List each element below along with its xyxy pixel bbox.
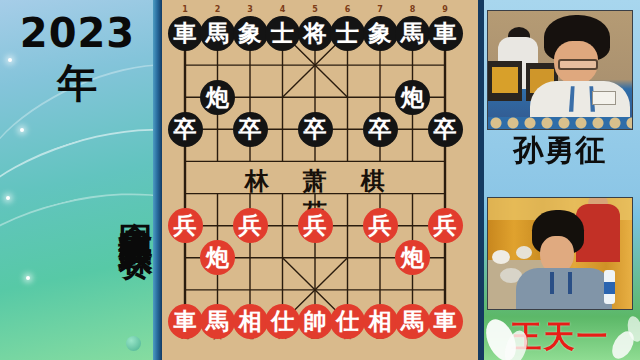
file-label: 1	[182, 6, 188, 14]
xiangqi-piece-red: 帥	[298, 304, 333, 339]
xiangqi-piece-black: 馬	[200, 16, 235, 51]
xiangqi-piece-black: 車	[428, 16, 463, 51]
players-panel: 孙勇征 王天一	[484, 0, 640, 360]
file-label: 4	[280, 6, 286, 14]
video-frame: 2023年 全国象棋甲级联赛 林萧棋苑 123456789 九八七六五四三二一 …	[0, 0, 640, 360]
file-label: 3	[247, 6, 253, 14]
event-title-panel: 2023年 全国象棋甲级联赛	[0, 0, 155, 360]
xiangqi-piece-black: 卒	[363, 112, 398, 147]
water-bottle-label	[604, 282, 615, 294]
table-pieces	[488, 115, 633, 130]
xiangqi-piece-black: 将	[298, 16, 333, 51]
xiangqi-piece-red: 兵	[428, 208, 463, 243]
background-table	[492, 250, 510, 264]
lanyard	[550, 272, 572, 294]
xiangqi-piece-red: 車	[428, 304, 463, 339]
xiangqi-piece-black: 車	[168, 16, 203, 51]
player-photo-wang-tianyi	[487, 197, 633, 310]
xiangqi-piece-red: 兵	[363, 208, 398, 243]
xiangqi-piece-black: 卒	[168, 112, 203, 147]
xiangqi-piece-red: 兵	[298, 208, 333, 243]
left-divider	[153, 0, 162, 360]
xiangqi-piece-red: 兵	[168, 208, 203, 243]
xiangqi-piece-black: 炮	[395, 80, 430, 115]
file-label: 9	[442, 6, 448, 14]
xiangqi-piece-red: 兵	[233, 208, 268, 243]
xiangqi-piece-black: 馬	[395, 16, 430, 51]
xiangqi-piece-black: 卒	[233, 112, 268, 147]
xiangqi-piece-black: 卒	[298, 112, 333, 147]
file-label: 7	[377, 6, 383, 14]
xiangqi-piece-black: 士	[330, 16, 365, 51]
glasses	[558, 59, 598, 70]
xiangqi-piece-black: 炮	[200, 80, 235, 115]
xiangqi-piece-red: 相	[363, 304, 398, 339]
background-table	[516, 246, 532, 259]
badge	[592, 91, 616, 105]
file-label: 8	[410, 6, 416, 14]
xiangqi-piece-red: 車	[168, 304, 203, 339]
player-name-top: 孙勇征	[487, 130, 633, 171]
xiangqi-piece-red: 相	[233, 304, 268, 339]
xiangqi-piece-black: 士	[265, 16, 300, 51]
file-label: 6	[345, 6, 351, 14]
xiangqi-piece-black: 卒	[428, 112, 463, 147]
xiangqi-piece-black: 象	[233, 16, 268, 51]
file-label: 5	[312, 6, 318, 14]
event-name-vertical-title: 全国象棋甲级联赛	[0, 54, 155, 360]
player-photo-sun-yongzheng	[487, 10, 633, 130]
file-label: 2	[215, 6, 221, 14]
xiangqi-piece-black: 象	[363, 16, 398, 51]
laptop-screen	[492, 67, 518, 93]
xiangqi-board: 林萧棋苑 123456789 九八七六五四三二一 車馬象士将士象馬車炮炮卒卒卒卒…	[162, 0, 478, 360]
